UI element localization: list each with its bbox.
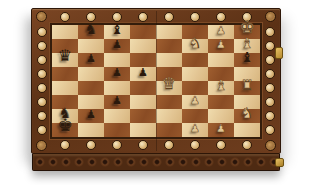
square-c2[interactable] xyxy=(208,53,234,67)
square-d5[interactable]: ♟ xyxy=(130,67,156,81)
square-f7[interactable] xyxy=(78,95,104,109)
square-e3[interactable] xyxy=(182,81,208,95)
square-b6[interactable]: ♟ xyxy=(104,39,130,53)
square-a2[interactable]: ♟ xyxy=(208,25,234,39)
square-b4[interactable] xyxy=(156,39,182,53)
white-bishop[interactable]: ♝ xyxy=(234,36,260,50)
frame-corner-ornament xyxy=(265,140,276,151)
square-e4[interactable]: ♛ xyxy=(156,81,182,95)
square-a8[interactable] xyxy=(52,25,78,39)
frame-medallion xyxy=(112,140,122,150)
black-pawn[interactable]: ♟ xyxy=(104,66,130,80)
frame-medallion xyxy=(37,125,47,135)
frame-medallion xyxy=(190,140,200,150)
square-c1[interactable]: ♝ xyxy=(234,53,260,67)
white-pawn[interactable]: ♟ xyxy=(208,38,234,52)
frame-medallion-cell xyxy=(208,11,234,23)
square-d8[interactable] xyxy=(52,67,78,81)
square-g4[interactable] xyxy=(156,109,182,123)
frame-medallion xyxy=(60,12,70,22)
frame-medallion-cell xyxy=(35,95,49,109)
frame-medallion-cell xyxy=(35,123,49,137)
square-g2[interactable] xyxy=(208,109,234,123)
frame-medallion-cell xyxy=(35,53,49,67)
frame-medallion-cell xyxy=(35,109,49,123)
frame-medallion-cell xyxy=(130,139,156,151)
white-pawn[interactable]: ♟ xyxy=(182,122,208,136)
frame-medallion-cell xyxy=(104,139,130,151)
square-g7[interactable]: ♟ xyxy=(78,109,104,123)
frame-medallion xyxy=(164,12,174,22)
frame-medallion xyxy=(265,27,275,37)
square-h2[interactable]: ♟ xyxy=(208,123,234,137)
square-b5[interactable] xyxy=(130,39,156,53)
frame-medallion xyxy=(37,69,47,79)
frame-medallion xyxy=(265,97,275,107)
square-f2[interactable] xyxy=(208,95,234,109)
photo-background: ♞♝♟♚♟♞♟♝♛♟♝♟♟♛♝♜♟♟♞♟♞♚♟♟ xyxy=(0,0,310,185)
square-h5[interactable] xyxy=(130,123,156,137)
square-e6[interactable] xyxy=(104,81,130,95)
frame-corner-ornament xyxy=(36,140,47,151)
frame-medallion-cell xyxy=(263,67,277,81)
black-queen[interactable]: ♛ xyxy=(52,49,78,63)
frame-medallion-cell xyxy=(263,109,277,123)
square-a4[interactable] xyxy=(156,25,182,39)
frame-medallion-cell xyxy=(263,95,277,109)
frame-medallion xyxy=(190,12,200,22)
frame-medallion-cell xyxy=(182,11,208,23)
black-bishop[interactable]: ♝ xyxy=(104,22,130,36)
frame-left-medallions xyxy=(35,25,49,137)
frame-medallion-cell xyxy=(182,139,208,151)
brass-latch xyxy=(275,158,284,167)
frame-medallion xyxy=(265,69,275,79)
square-c5[interactable] xyxy=(130,53,156,67)
square-c4[interactable] xyxy=(156,53,182,67)
frame-corner-ornament xyxy=(265,11,276,22)
square-c3[interactable] xyxy=(182,53,208,67)
frame-medallion xyxy=(37,41,47,51)
square-g1[interactable]: ♞ xyxy=(234,109,260,123)
white-knight[interactable]: ♞ xyxy=(182,36,208,50)
white-pawn[interactable]: ♟ xyxy=(208,122,234,136)
square-a6[interactable]: ♝ xyxy=(104,25,130,39)
black-king[interactable]: ♚ xyxy=(52,118,78,132)
frame-medallion-cell xyxy=(52,11,78,23)
square-g5[interactable] xyxy=(130,109,156,123)
frame-medallion-cell xyxy=(52,139,78,151)
board-fold-seam xyxy=(156,11,157,151)
frame-medallion-cell xyxy=(263,81,277,95)
frame-medallion xyxy=(60,140,70,150)
frame-medallion-cell xyxy=(263,25,277,39)
frame-medallion xyxy=(138,140,148,150)
frame-medallion xyxy=(37,83,47,93)
frame-medallion xyxy=(265,83,275,93)
square-c8[interactable]: ♛ xyxy=(52,53,78,67)
square-a5[interactable] xyxy=(130,25,156,39)
white-king[interactable]: ♚ xyxy=(234,20,260,34)
square-b2[interactable]: ♟ xyxy=(208,39,234,53)
square-g3[interactable] xyxy=(182,109,208,123)
chess-set: ♞♝♟♚♟♞♟♝♛♟♝♟♟♛♝♜♟♟♞♟♞♚♟♟ xyxy=(31,8,279,171)
white-pawn[interactable]: ♟ xyxy=(182,94,208,108)
chess-board: ♞♝♟♚♟♞♟♝♛♟♝♟♟♛♝♜♟♟♞♟♞♚♟♟ xyxy=(31,8,281,154)
black-pawn[interactable]: ♟ xyxy=(78,52,104,66)
square-d6[interactable]: ♟ xyxy=(104,67,130,81)
frame-medallion xyxy=(265,41,275,51)
frame-medallion-cell xyxy=(35,25,49,39)
black-pawn[interactable]: ♟ xyxy=(104,94,130,108)
black-pawn[interactable]: ♟ xyxy=(130,66,156,80)
square-d7[interactable] xyxy=(78,67,104,81)
frame-corner-ornament xyxy=(36,11,47,22)
square-e5[interactable] xyxy=(130,81,156,95)
black-pawn[interactable]: ♟ xyxy=(104,38,130,52)
frame-medallion-cell xyxy=(263,123,277,137)
square-a7[interactable]: ♞ xyxy=(78,25,104,39)
frame-medallion xyxy=(37,55,47,65)
frame-medallion xyxy=(138,12,148,22)
square-h8[interactable]: ♚ xyxy=(52,123,78,137)
frame-right-medallions xyxy=(263,25,277,137)
white-knight[interactable]: ♞ xyxy=(234,106,260,120)
square-h6[interactable] xyxy=(104,123,130,137)
square-h3[interactable]: ♟ xyxy=(182,123,208,137)
square-h1[interactable] xyxy=(234,123,260,137)
box-front-apron xyxy=(32,154,280,171)
square-e2[interactable]: ♝ xyxy=(208,81,234,95)
square-c6[interactable] xyxy=(104,53,130,67)
brass-clasp xyxy=(275,47,283,59)
frame-medallion-cell xyxy=(208,139,234,151)
square-g6[interactable] xyxy=(104,109,130,123)
square-d3[interactable] xyxy=(182,67,208,81)
square-f6[interactable]: ♟ xyxy=(104,95,130,109)
frame-medallion xyxy=(37,111,47,121)
square-e7[interactable] xyxy=(78,81,104,95)
square-f4[interactable] xyxy=(156,95,182,109)
frame-medallion xyxy=(216,140,226,150)
frame-medallion xyxy=(216,12,226,22)
square-h7[interactable] xyxy=(78,123,104,137)
frame-medallion xyxy=(242,140,252,150)
square-c7[interactable]: ♟ xyxy=(78,53,104,67)
frame-medallion-cell xyxy=(234,139,260,151)
frame-medallion xyxy=(164,140,174,150)
white-pawn[interactable]: ♟ xyxy=(208,24,234,38)
white-queen[interactable]: ♛ xyxy=(156,77,182,91)
frame-medallion-cell xyxy=(35,67,49,81)
black-knight[interactable]: ♞ xyxy=(78,22,104,36)
frame-medallion xyxy=(265,111,275,121)
frame-medallion xyxy=(265,125,275,135)
black-bishop[interactable]: ♝ xyxy=(234,50,260,64)
square-b3[interactable]: ♞ xyxy=(182,39,208,53)
frame-medallion-cell xyxy=(130,11,156,23)
frame-medallion-cell xyxy=(156,11,182,23)
frame-medallion-cell xyxy=(35,39,49,53)
white-bishop[interactable]: ♝ xyxy=(208,78,234,92)
square-f3[interactable]: ♟ xyxy=(182,95,208,109)
square-e1[interactable]: ♜ xyxy=(234,81,260,95)
square-b7[interactable] xyxy=(78,39,104,53)
square-h4[interactable] xyxy=(156,123,182,137)
frame-medallion xyxy=(37,27,47,37)
frame-medallion-cell xyxy=(78,139,104,151)
frame-medallion-cell xyxy=(35,81,49,95)
frame-medallion xyxy=(265,55,275,65)
white-rook[interactable]: ♜ xyxy=(234,78,260,92)
square-e8[interactable] xyxy=(52,81,78,95)
black-pawn[interactable]: ♟ xyxy=(78,108,104,122)
frame-medallion-cell xyxy=(156,139,182,151)
square-f5[interactable] xyxy=(130,95,156,109)
frame-medallion xyxy=(86,140,96,150)
frame-medallion xyxy=(37,97,47,107)
